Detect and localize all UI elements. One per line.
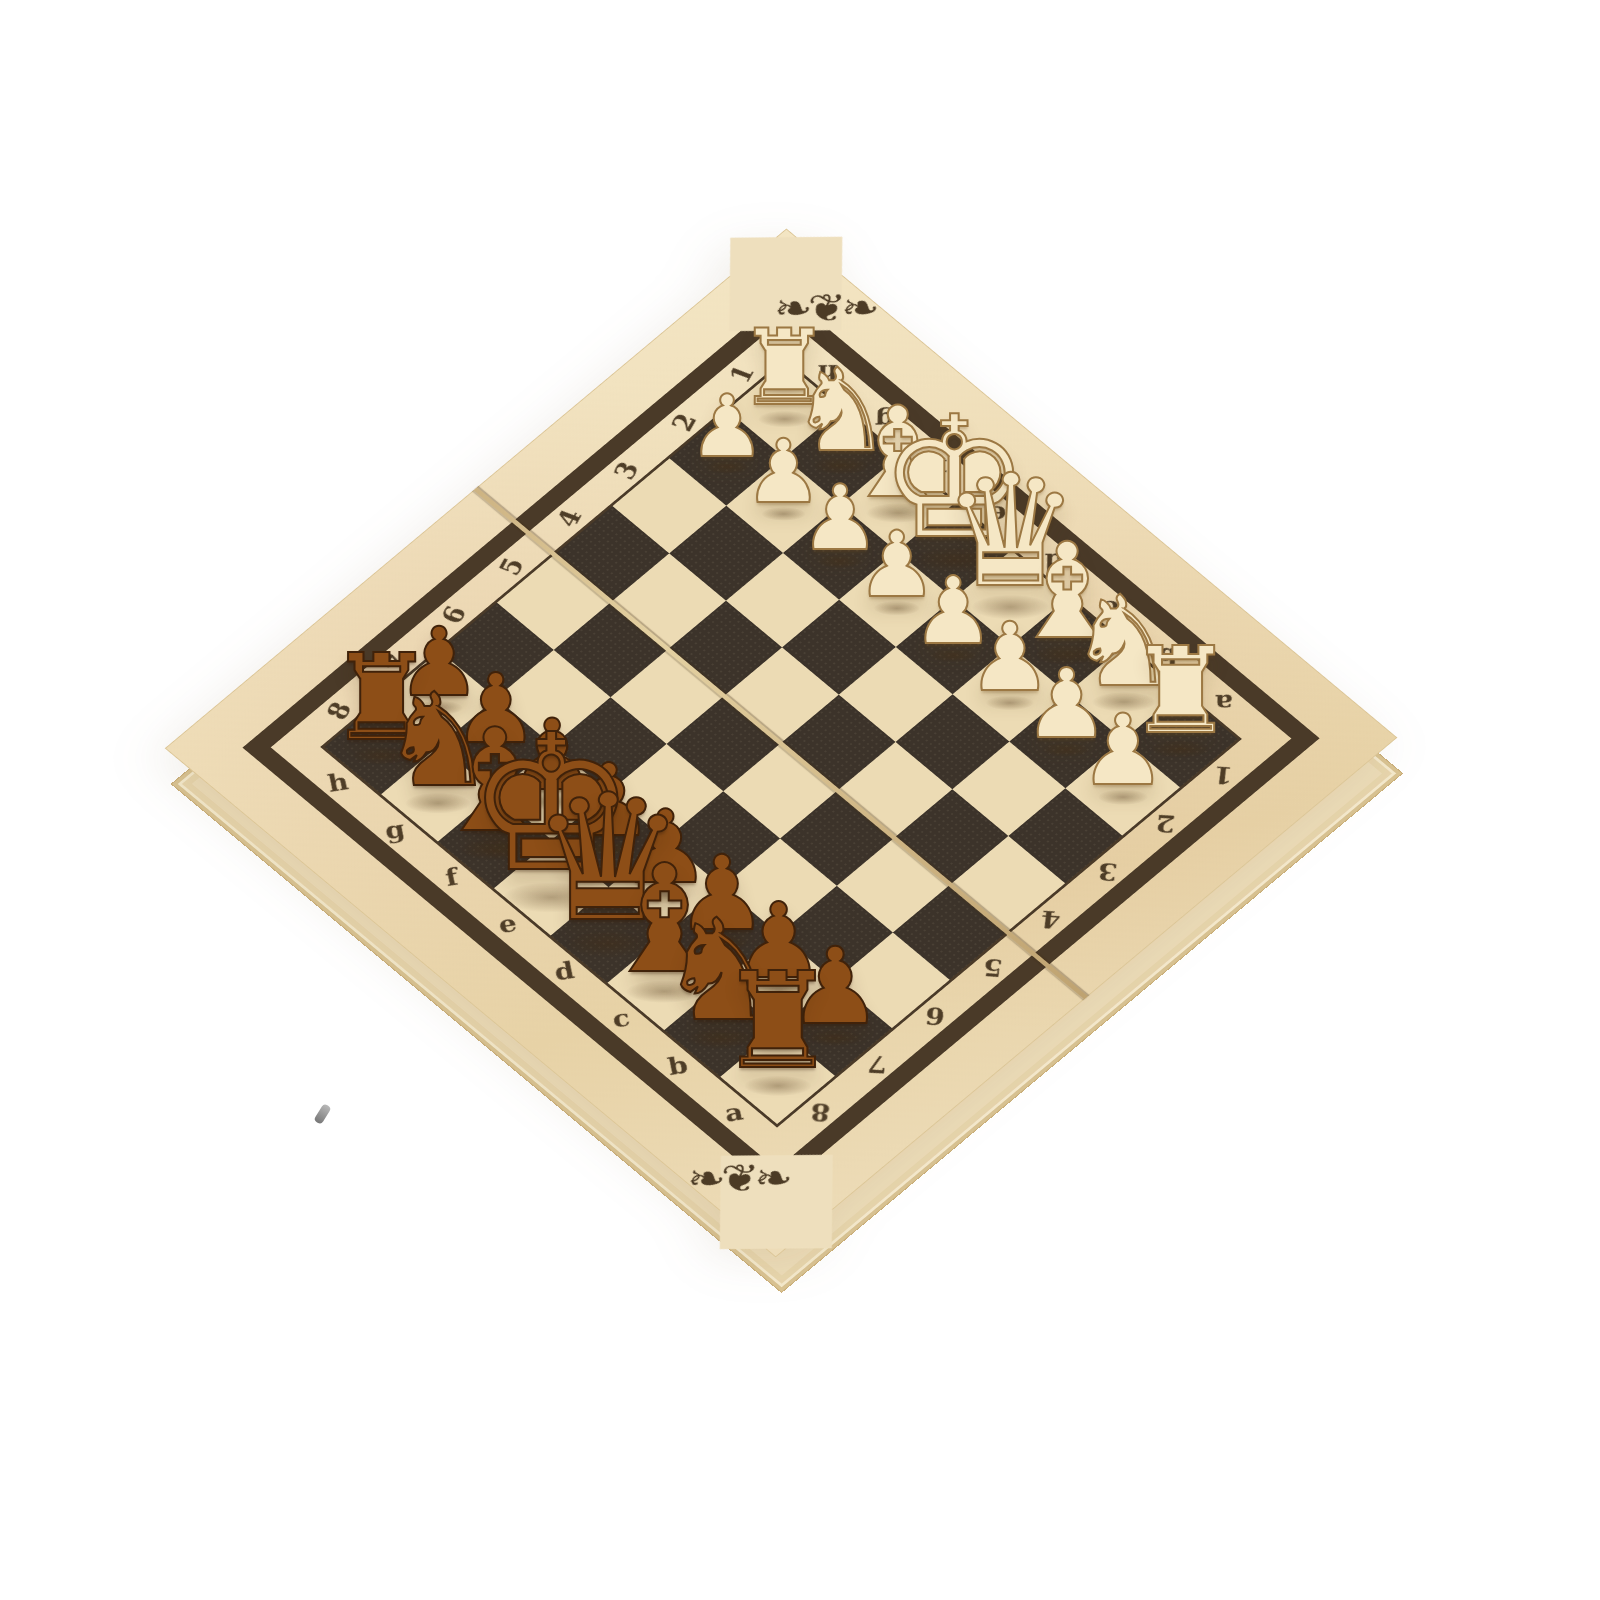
corner-ornament-icon: ❧❦❧: [647, 1158, 827, 1198]
chess-board: ❧❦❧ ❧❦❧ hgfedcba hgfedcba 12345678 12345…: [165, 228, 1398, 1257]
corner-ornament-icon: ❧❦❧: [734, 288, 914, 328]
hinge-pin-icon: [313, 1103, 331, 1125]
